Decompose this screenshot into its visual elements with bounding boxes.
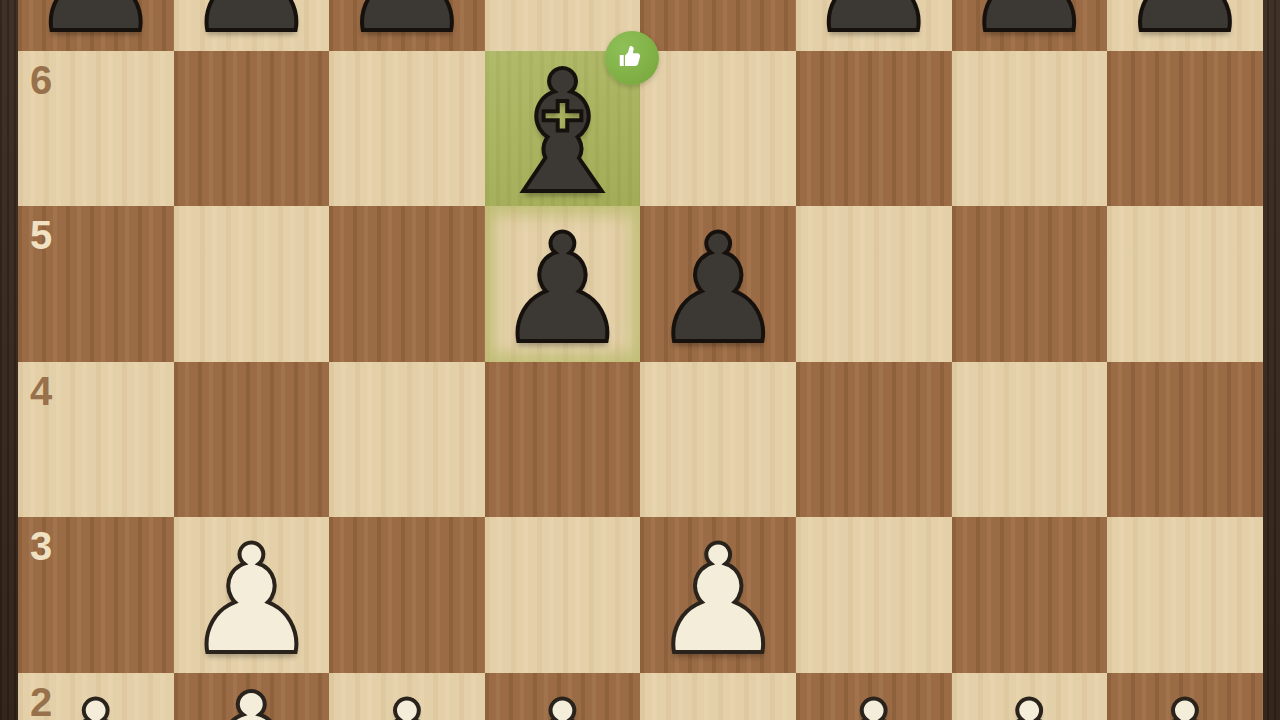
square-a7[interactable]: ♟ (18, 0, 174, 51)
square-f6[interactable] (796, 51, 952, 207)
square-h4[interactable] (1107, 362, 1263, 518)
square-c6[interactable] (329, 51, 485, 207)
square-b5[interactable] (174, 206, 330, 362)
square-a6[interactable]: 6 (18, 51, 174, 207)
black-pawn-h7[interactable]: ♟ (1118, 0, 1252, 53)
square-g6[interactable] (952, 51, 1108, 207)
white-pawn-h2[interactable]: ♟ (1118, 681, 1252, 720)
square-e4[interactable] (640, 362, 796, 518)
square-h2[interactable]: ♟ (1107, 673, 1263, 720)
square-a5[interactable]: 5 (18, 206, 174, 362)
black-pawn-f7[interactable]: ♟ (807, 0, 941, 53)
black-pawn-b7[interactable]: ♟ (184, 0, 318, 53)
square-d5[interactable]: ♟ (485, 206, 641, 362)
square-c4[interactable] (329, 362, 485, 518)
rank-label-3: 3 (30, 526, 52, 566)
thumbs-up-icon (617, 43, 647, 73)
square-a3[interactable]: 3 (18, 517, 174, 673)
rank-label-5: 5 (30, 215, 52, 255)
white-pawn-b3[interactable]: ♟ (184, 525, 318, 675)
white-pawn-e3[interactable]: ♟ (651, 525, 785, 675)
square-b6[interactable] (174, 51, 330, 207)
square-c2[interactable]: ♟ (329, 673, 485, 720)
square-h5[interactable] (1107, 206, 1263, 362)
square-g5[interactable] (952, 206, 1108, 362)
square-b4[interactable] (174, 362, 330, 518)
black-pawn-c7[interactable]: ♟ (340, 0, 474, 53)
square-f5[interactable] (796, 206, 952, 362)
square-e5[interactable]: ♟ (640, 206, 796, 362)
square-h3[interactable] (1107, 517, 1263, 673)
square-b3[interactable]: ♟ (174, 517, 330, 673)
square-e7[interactable] (640, 0, 796, 51)
black-pawn-e5[interactable]: ♟ (651, 214, 785, 364)
square-d4[interactable] (485, 362, 641, 518)
square-d3[interactable] (485, 517, 641, 673)
square-c3[interactable] (329, 517, 485, 673)
square-e6[interactable] (640, 51, 796, 207)
square-h6[interactable] (1107, 51, 1263, 207)
square-g2[interactable]: ♟ (952, 673, 1108, 720)
black-pawn-d5[interactable]: ♟ (495, 214, 629, 364)
white-bishop-b2[interactable]: ♝ (176, 672, 327, 720)
square-e2[interactable] (640, 673, 796, 720)
square-f3[interactable] (796, 517, 952, 673)
square-f7[interactable]: ♟ (796, 0, 952, 51)
square-a4[interactable]: 4 (18, 362, 174, 518)
square-g4[interactable] (952, 362, 1108, 518)
good-move-badge (605, 31, 659, 85)
square-h7[interactable]: ♟ (1107, 0, 1263, 51)
chessboard: ♟♟♟♟♟♟6♝5♟♟43♟♟2♟♝♟♟♟♟♟ (18, 0, 1263, 720)
square-b2[interactable]: ♝ (174, 673, 330, 720)
black-pawn-a7[interactable]: ♟ (29, 0, 163, 53)
square-c5[interactable] (329, 206, 485, 362)
white-pawn-a2[interactable]: ♟ (29, 681, 163, 720)
square-e3[interactable]: ♟ (640, 517, 796, 673)
square-b7[interactable]: ♟ (174, 0, 330, 51)
square-a2[interactable]: 2♟ (18, 673, 174, 720)
square-f4[interactable] (796, 362, 952, 518)
white-pawn-g2[interactable]: ♟ (962, 681, 1096, 720)
rank-label-4: 4 (30, 371, 52, 411)
board-video-frame: ♟♟♟♟♟♟6♝5♟♟43♟♟2♟♝♟♟♟♟♟ (0, 0, 1280, 720)
square-g7[interactable]: ♟ (952, 0, 1108, 51)
white-pawn-d2[interactable]: ♟ (495, 681, 629, 720)
square-d2[interactable]: ♟ (485, 673, 641, 720)
square-f2[interactable]: ♟ (796, 673, 952, 720)
square-c7[interactable]: ♟ (329, 0, 485, 51)
white-pawn-c2[interactable]: ♟ (340, 681, 474, 720)
black-pawn-g7[interactable]: ♟ (962, 0, 1096, 53)
square-g3[interactable] (952, 517, 1108, 673)
white-pawn-f2[interactable]: ♟ (807, 681, 941, 720)
rank-label-6: 6 (30, 60, 52, 100)
